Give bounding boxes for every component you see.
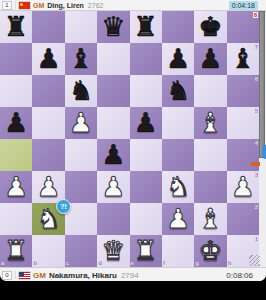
piece-white-pawn-d3[interactable]: ♟ <box>97 171 129 202</box>
player-title-bottom: GM <box>33 271 46 280</box>
square-f2[interactable]: ♟ <box>162 203 194 235</box>
bar-separator <box>15 1 16 9</box>
square-b7[interactable]: ♟ <box>32 43 64 75</box>
piece-black-knight-c6[interactable]: ♞ <box>65 75 97 106</box>
square-d5[interactable] <box>97 107 129 139</box>
square-c1[interactable]: c <box>65 235 97 267</box>
square-g5[interactable]: ♝ <box>194 107 226 139</box>
square-g4[interactable] <box>194 139 226 171</box>
board-area: ♜♛♜♚8♟♝♟♟♝7♞♞6♟♟♟♝5♟4♟♟♟♞♟3♞♟♝2♜abc♛d♜ef… <box>0 11 266 267</box>
square-e1[interactable]: ♜e <box>130 235 162 267</box>
piece-white-pawn-h3[interactable]: ♟ <box>227 171 259 202</box>
square-e8[interactable]: ♜ <box>130 11 162 43</box>
square-g3[interactable] <box>194 171 226 203</box>
square-g7[interactable]: ♟ <box>194 43 226 75</box>
piece-white-bishop-g5[interactable]: ♝ <box>194 107 226 138</box>
player-rating-top: 2762 <box>88 2 104 9</box>
clock-top: 0:04:18 <box>229 1 258 10</box>
square-a6[interactable] <box>0 75 32 107</box>
rank-label-8: 8 <box>253 12 258 18</box>
square-h2[interactable]: 2 <box>227 203 259 235</box>
piece-white-pawn-f2[interactable]: ♟ <box>162 203 194 234</box>
piece-black-pawn-g7[interactable]: ♟ <box>194 43 226 74</box>
china-flag-icon <box>19 2 30 9</box>
piece-white-knight-f3[interactable]: ♞ <box>162 171 194 202</box>
square-c3[interactable] <box>65 171 97 203</box>
piece-black-rook-e8[interactable]: ♜ <box>130 11 162 42</box>
square-e2[interactable] <box>130 203 162 235</box>
square-a5[interactable]: ♟ <box>0 107 32 139</box>
rank-label-5: 5 <box>255 108 258 114</box>
square-e5[interactable]: ♟ <box>130 107 162 139</box>
square-g2[interactable]: ♝ <box>194 203 226 235</box>
piece-black-rook-a8[interactable]: ♜ <box>0 11 32 42</box>
piece-white-rook-a1[interactable]: ♜ <box>0 235 32 266</box>
player-rating-bottom: 2794 <box>121 271 139 280</box>
square-f1[interactable]: f <box>162 235 194 267</box>
square-a2[interactable] <box>0 203 32 235</box>
square-e6[interactable] <box>130 75 162 107</box>
player-title-top: GM <box>33 2 44 9</box>
piece-black-king-g8[interactable]: ♚ <box>194 11 226 42</box>
square-h7[interactable]: ♝7 <box>227 43 259 75</box>
piece-white-rook-e1[interactable]: ♜ <box>130 235 162 266</box>
square-c6[interactable]: ♞ <box>65 75 97 107</box>
chess-board[interactable]: ♜♛♜♚8♟♝♟♟♝7♞♞6♟♟♟♝5♟4♟♟♟♞♟3♞♟♝2♜abc♛d♜ef… <box>0 11 259 267</box>
square-f8[interactable] <box>162 11 194 43</box>
square-d7[interactable] <box>97 43 129 75</box>
square-c7[interactable]: ♝ <box>65 43 97 75</box>
rank-label-6: 6 <box>255 76 258 82</box>
square-g8[interactable]: ♚ <box>194 11 226 43</box>
piece-white-bishop-g2[interactable]: ♝ <box>194 203 226 234</box>
square-f5[interactable] <box>162 107 194 139</box>
annotation-badge: ?! <box>56 199 71 214</box>
square-g6[interactable] <box>194 75 226 107</box>
player-name-top: Ding, Liren <box>47 2 84 9</box>
square-d1[interactable]: ♛d <box>97 235 129 267</box>
square-b8[interactable] <box>32 11 64 43</box>
square-h4[interactable]: 4 <box>227 139 259 171</box>
square-a8[interactable]: ♜ <box>0 11 32 43</box>
file-label-c: c <box>66 260 69 266</box>
piece-black-pawn-b7[interactable]: ♟ <box>32 43 64 74</box>
square-e3[interactable] <box>130 171 162 203</box>
square-b4[interactable] <box>32 139 64 171</box>
piece-black-pawn-e5[interactable]: ♟ <box>130 107 162 138</box>
usa-flag-icon <box>19 272 30 279</box>
piece-black-bishop-c7[interactable]: ♝ <box>65 43 97 74</box>
square-d8[interactable]: ♛ <box>97 11 129 43</box>
player-bar-bottom: 0 GM Nakamura, Hikaru 2794 0:08:06 <box>0 267 266 281</box>
piece-white-pawn-a3[interactable]: ♟ <box>0 171 32 202</box>
bar-separator <box>15 271 16 279</box>
square-b1[interactable]: b <box>32 235 64 267</box>
square-b5[interactable] <box>32 107 64 139</box>
rank-label-4: 4 <box>255 140 258 146</box>
file-label-h: h <box>228 260 232 266</box>
chess-broadcast-window: 1 GM Ding, Liren 2762 0:04:18 ♜♛♜♚8♟♝♟♟♝… <box>0 0 266 281</box>
square-c4[interactable] <box>65 139 97 171</box>
piece-black-bishop-h7[interactable]: ♝ <box>227 43 259 74</box>
resize-grip-icon[interactable] <box>249 255 260 266</box>
piece-white-queen-d1[interactable]: ♛ <box>97 235 129 266</box>
clock-bottom: 0:08:06 <box>223 270 256 281</box>
square-h5[interactable]: 5 <box>227 107 259 139</box>
square-f4[interactable] <box>162 139 194 171</box>
square-a7[interactable] <box>0 43 32 75</box>
square-b6[interactable] <box>32 75 64 107</box>
rank-label-2: 2 <box>255 204 258 210</box>
piece-white-pawn-b3[interactable]: ♟ <box>32 171 64 202</box>
file-label-b: b <box>33 260 37 266</box>
player-name-bottom: Nakamura, Hikaru <box>49 271 117 280</box>
square-d4[interactable]: ♟ <box>97 139 129 171</box>
square-a1[interactable]: ♜a <box>0 235 32 267</box>
piece-black-pawn-a5[interactable]: ♟ <box>0 107 32 138</box>
side-handle-icon[interactable] <box>262 145 266 159</box>
match-score-bottom: 0 <box>2 271 12 280</box>
square-c8[interactable] <box>65 11 97 43</box>
piece-white-king-g1[interactable]: ♚ <box>194 235 226 266</box>
scrollbar-thumb[interactable] <box>259 11 265 158</box>
square-d3[interactable]: ♟ <box>97 171 129 203</box>
player-bar-top: 1 GM Ding, Liren 2762 0:04:18 <box>0 0 266 11</box>
piece-black-queen-d8[interactable]: ♛ <box>97 11 129 42</box>
move-marker <box>251 162 260 166</box>
square-f3[interactable]: ♞ <box>162 171 194 203</box>
square-d6[interactable] <box>97 75 129 107</box>
scrollbar-track[interactable] <box>259 11 266 267</box>
square-f6[interactable]: ♞ <box>162 75 194 107</box>
piece-black-pawn-d4[interactable]: ♟ <box>97 139 129 170</box>
square-d2[interactable] <box>97 203 129 235</box>
square-h6[interactable]: 6 <box>227 75 259 107</box>
match-score-top: 1 <box>2 1 12 10</box>
piece-white-pawn-c5[interactable]: ♟ <box>65 107 97 138</box>
square-e7[interactable] <box>130 43 162 75</box>
square-b3[interactable]: ♟ <box>32 171 64 203</box>
rank-label-1: 1 <box>255 236 258 242</box>
file-label-f: f <box>163 260 165 266</box>
square-a3[interactable]: ♟ <box>0 171 32 203</box>
square-c5[interactable]: ♟ <box>65 107 97 139</box>
piece-black-knight-f6[interactable]: ♞ <box>162 75 194 106</box>
square-f7[interactable]: ♟ <box>162 43 194 75</box>
square-g1[interactable]: ♚g <box>194 235 226 267</box>
square-a4[interactable] <box>0 139 32 171</box>
square-h8[interactable]: 8 <box>227 11 259 43</box>
piece-black-pawn-f7[interactable]: ♟ <box>162 43 194 74</box>
square-h3[interactable]: ♟3 <box>227 171 259 203</box>
square-e4[interactable] <box>130 139 162 171</box>
